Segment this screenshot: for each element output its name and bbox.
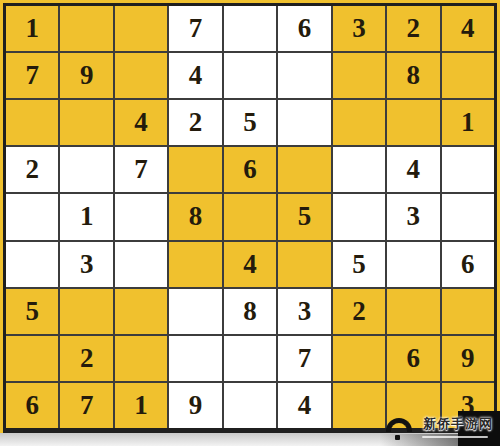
cell-r6c6[interactable] bbox=[278, 242, 330, 287]
cell-r2c6[interactable] bbox=[278, 53, 330, 98]
cell-r9c7[interactable] bbox=[333, 383, 385, 428]
cell-r8c7[interactable] bbox=[333, 336, 385, 381]
cell-r5c7[interactable] bbox=[333, 194, 385, 239]
cell-r7c2[interactable] bbox=[60, 289, 112, 334]
cell-r5c1[interactable] bbox=[6, 194, 58, 239]
cell-r6c1[interactable] bbox=[6, 242, 58, 287]
cell-r9c6[interactable]: 4 bbox=[278, 383, 330, 428]
cell-r8c6[interactable]: 7 bbox=[278, 336, 330, 381]
sudoku-grid: 1763247948425127641853345658322769671943 bbox=[3, 3, 497, 433]
cell-r3c2[interactable] bbox=[60, 100, 112, 145]
cell-r9c2[interactable]: 7 bbox=[60, 383, 112, 428]
cell-r8c3[interactable] bbox=[115, 336, 167, 381]
cell-r2c4[interactable]: 4 bbox=[169, 53, 221, 98]
cell-r2c1[interactable]: 7 bbox=[6, 53, 58, 98]
cell-r6c4[interactable] bbox=[169, 242, 221, 287]
cell-r5c2[interactable]: 1 bbox=[60, 194, 112, 239]
cell-r6c2[interactable]: 3 bbox=[60, 242, 112, 287]
cell-r4c5[interactable]: 6 bbox=[224, 147, 276, 192]
cell-r3c3[interactable]: 4 bbox=[115, 100, 167, 145]
cell-r8c9[interactable]: 9 bbox=[442, 336, 494, 381]
cell-r1c1[interactable]: 1 bbox=[6, 6, 58, 51]
cell-r6c9[interactable]: 6 bbox=[442, 242, 494, 287]
cell-r6c7[interactable]: 5 bbox=[333, 242, 385, 287]
cell-r7c9[interactable] bbox=[442, 289, 494, 334]
watermark-text: 新侨手游网 bbox=[423, 415, 493, 433]
cell-r1c2[interactable] bbox=[60, 6, 112, 51]
cell-r1c8[interactable]: 2 bbox=[387, 6, 439, 51]
cell-r6c3[interactable] bbox=[115, 242, 167, 287]
cell-r4c7[interactable] bbox=[333, 147, 385, 192]
cell-r1c5[interactable] bbox=[224, 6, 276, 51]
cell-r7c6[interactable]: 3 bbox=[278, 289, 330, 334]
cell-r2c8[interactable]: 8 bbox=[387, 53, 439, 98]
cell-r7c1[interactable]: 5 bbox=[6, 289, 58, 334]
sudoku-board: 1763247948425127641853345658322769671943 bbox=[0, 0, 500, 433]
cell-r9c3[interactable]: 1 bbox=[115, 383, 167, 428]
cell-r8c5[interactable] bbox=[224, 336, 276, 381]
cell-r9c1[interactable]: 6 bbox=[6, 383, 58, 428]
cell-r2c2[interactable]: 9 bbox=[60, 53, 112, 98]
bridge-arc-dot bbox=[395, 435, 400, 440]
cell-r1c4[interactable]: 7 bbox=[169, 6, 221, 51]
cell-r4c3[interactable]: 7 bbox=[115, 147, 167, 192]
cell-r2c7[interactable] bbox=[333, 53, 385, 98]
cell-r6c8[interactable] bbox=[387, 242, 439, 287]
sudoku-screenshot: 1763247948425127641853345658322769671943… bbox=[0, 0, 500, 446]
cell-r4c1[interactable]: 2 bbox=[6, 147, 58, 192]
cell-r6c5[interactable]: 4 bbox=[224, 242, 276, 287]
cell-r3c7[interactable] bbox=[333, 100, 385, 145]
cell-r1c3[interactable] bbox=[115, 6, 167, 51]
watermark-underline bbox=[422, 436, 488, 438]
cell-r1c9[interactable]: 4 bbox=[442, 6, 494, 51]
cell-r4c4[interactable] bbox=[169, 147, 221, 192]
cell-r3c9[interactable]: 1 bbox=[442, 100, 494, 145]
cell-r4c9[interactable] bbox=[442, 147, 494, 192]
cell-r4c6[interactable] bbox=[278, 147, 330, 192]
cell-r9c4[interactable]: 9 bbox=[169, 383, 221, 428]
cell-r3c6[interactable] bbox=[278, 100, 330, 145]
cell-r5c6[interactable]: 5 bbox=[278, 194, 330, 239]
cell-r7c5[interactable]: 8 bbox=[224, 289, 276, 334]
cell-r4c2[interactable] bbox=[60, 147, 112, 192]
cell-r8c2[interactable]: 2 bbox=[60, 336, 112, 381]
cell-r7c8[interactable] bbox=[387, 289, 439, 334]
cell-r5c3[interactable] bbox=[115, 194, 167, 239]
cell-r2c5[interactable] bbox=[224, 53, 276, 98]
cell-r3c8[interactable] bbox=[387, 100, 439, 145]
cell-r8c4[interactable] bbox=[169, 336, 221, 381]
cell-r8c1[interactable] bbox=[6, 336, 58, 381]
cell-r7c7[interactable]: 2 bbox=[333, 289, 385, 334]
cell-r7c3[interactable] bbox=[115, 289, 167, 334]
cell-r1c7[interactable]: 3 bbox=[333, 6, 385, 51]
cell-r9c5[interactable] bbox=[224, 383, 276, 428]
cell-r3c4[interactable]: 2 bbox=[169, 100, 221, 145]
cell-r5c9[interactable] bbox=[442, 194, 494, 239]
cell-r1c6[interactable]: 6 bbox=[278, 6, 330, 51]
cell-r4c8[interactable]: 4 bbox=[387, 147, 439, 192]
cell-r7c4[interactable] bbox=[169, 289, 221, 334]
cell-r3c5[interactable]: 5 bbox=[224, 100, 276, 145]
cell-r8c8[interactable]: 6 bbox=[387, 336, 439, 381]
cell-r5c4[interactable]: 8 bbox=[169, 194, 221, 239]
cell-r5c8[interactable]: 3 bbox=[387, 194, 439, 239]
cell-r2c9[interactable] bbox=[442, 53, 494, 98]
cell-r2c3[interactable] bbox=[115, 53, 167, 98]
cell-r5c5[interactable] bbox=[224, 194, 276, 239]
cell-r3c1[interactable] bbox=[6, 100, 58, 145]
